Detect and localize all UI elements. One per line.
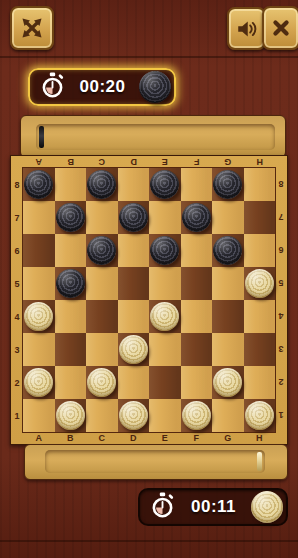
coord-label: B bbox=[55, 156, 87, 168]
square-a8[interactable] bbox=[23, 168, 55, 201]
bottom-player-piece-white bbox=[251, 491, 283, 523]
white-piece[interactable] bbox=[24, 368, 53, 397]
square-f4[interactable] bbox=[181, 300, 213, 333]
bottom-capture-tray bbox=[24, 444, 288, 480]
close-button[interactable] bbox=[262, 6, 298, 50]
coord-label: D bbox=[118, 432, 150, 444]
coord-label: 7 bbox=[275, 201, 287, 234]
square-e6[interactable] bbox=[149, 234, 181, 267]
white-piece[interactable] bbox=[119, 401, 148, 430]
square-c5[interactable] bbox=[86, 267, 118, 300]
square-a1[interactable] bbox=[23, 399, 55, 432]
black-piece[interactable] bbox=[150, 170, 179, 199]
black-piece[interactable] bbox=[213, 170, 242, 199]
square-h3[interactable] bbox=[244, 333, 276, 366]
square-b1[interactable] bbox=[55, 399, 87, 432]
fullscreen-icon bbox=[19, 15, 45, 41]
rank-labels-left: 87654321 bbox=[11, 168, 23, 432]
square-h6[interactable] bbox=[244, 234, 276, 267]
board-squares bbox=[23, 168, 275, 432]
stopwatch-icon bbox=[39, 72, 66, 103]
white-piece[interactable] bbox=[213, 368, 242, 397]
coord-label: E bbox=[149, 432, 181, 444]
white-piece[interactable] bbox=[87, 368, 116, 397]
close-icon bbox=[269, 16, 293, 40]
sound-button[interactable] bbox=[227, 7, 266, 50]
coord-label: B bbox=[55, 432, 87, 444]
stopwatch-icon bbox=[149, 492, 176, 523]
coord-label: 5 bbox=[275, 267, 287, 300]
black-piece[interactable] bbox=[119, 203, 148, 232]
coord-label: 4 bbox=[275, 300, 287, 333]
square-b2[interactable] bbox=[55, 366, 87, 399]
square-b5[interactable] bbox=[55, 267, 87, 300]
black-piece[interactable] bbox=[87, 236, 116, 265]
square-h1[interactable] bbox=[244, 399, 276, 432]
square-e1[interactable] bbox=[149, 399, 181, 432]
square-e2[interactable] bbox=[149, 366, 181, 399]
wood-seam bbox=[0, 540, 298, 542]
captured-black-piece bbox=[39, 126, 44, 148]
square-d7[interactable] bbox=[118, 201, 150, 234]
checkers-board: ABCDEFGH ABCDEFGH 87654321 87654321 bbox=[10, 155, 288, 445]
square-g3[interactable] bbox=[212, 333, 244, 366]
file-labels-bottom: ABCDEFGH bbox=[23, 432, 275, 444]
square-c2[interactable] bbox=[86, 366, 118, 399]
square-c7[interactable] bbox=[86, 201, 118, 234]
square-b3[interactable] bbox=[55, 333, 87, 366]
square-h8[interactable] bbox=[244, 168, 276, 201]
speaker-icon bbox=[235, 17, 259, 41]
square-h5[interactable] bbox=[244, 267, 276, 300]
white-piece[interactable] bbox=[182, 401, 211, 430]
coord-label: 1 bbox=[11, 399, 23, 432]
coord-label: 8 bbox=[275, 168, 287, 201]
tray-groove bbox=[36, 124, 275, 150]
coord-label: E bbox=[149, 156, 181, 168]
square-e7[interactable] bbox=[149, 201, 181, 234]
coord-label: A bbox=[23, 156, 55, 168]
bottom-player-timer: 00:11 bbox=[138, 488, 288, 526]
white-piece[interactable] bbox=[245, 401, 274, 430]
square-d5[interactable] bbox=[118, 267, 150, 300]
coord-label: H bbox=[244, 156, 276, 168]
coord-label: F bbox=[181, 156, 213, 168]
coord-label: A bbox=[23, 432, 55, 444]
black-piece[interactable] bbox=[213, 236, 242, 265]
square-a7[interactable] bbox=[23, 201, 55, 234]
file-labels-top: ABCDEFGH bbox=[23, 156, 275, 168]
square-a3[interactable] bbox=[23, 333, 55, 366]
square-c6[interactable] bbox=[86, 234, 118, 267]
coord-label: C bbox=[86, 156, 118, 168]
square-a6[interactable] bbox=[23, 234, 55, 267]
coord-label: 3 bbox=[275, 333, 287, 366]
square-h4[interactable] bbox=[244, 300, 276, 333]
top-player-time: 00:20 bbox=[71, 77, 134, 97]
square-b8[interactable] bbox=[55, 168, 87, 201]
top-capture-tray bbox=[20, 115, 286, 158]
rank-labels-right: 87654321 bbox=[275, 168, 287, 432]
square-d2[interactable] bbox=[118, 366, 150, 399]
square-f8[interactable] bbox=[181, 168, 213, 201]
square-d1[interactable] bbox=[118, 399, 150, 432]
coord-label: 6 bbox=[275, 234, 287, 267]
coord-label: 7 bbox=[11, 201, 23, 234]
tray-groove bbox=[45, 450, 265, 473]
coord-label: 8 bbox=[11, 168, 23, 201]
coord-label: 6 bbox=[11, 234, 23, 267]
square-b6[interactable] bbox=[55, 234, 87, 267]
square-h7[interactable] bbox=[244, 201, 276, 234]
black-piece[interactable] bbox=[150, 236, 179, 265]
square-d4[interactable] bbox=[118, 300, 150, 333]
coord-label: H bbox=[244, 432, 276, 444]
white-piece[interactable] bbox=[245, 269, 274, 298]
coord-label: 3 bbox=[11, 333, 23, 366]
white-piece[interactable] bbox=[56, 401, 85, 430]
black-piece[interactable] bbox=[56, 269, 85, 298]
square-a4[interactable] bbox=[23, 300, 55, 333]
square-g8[interactable] bbox=[212, 168, 244, 201]
square-g7[interactable] bbox=[212, 201, 244, 234]
square-f1[interactable] bbox=[181, 399, 213, 432]
square-f5[interactable] bbox=[181, 267, 213, 300]
square-g5[interactable] bbox=[212, 267, 244, 300]
captured-white-piece bbox=[257, 452, 262, 471]
square-e4[interactable] bbox=[149, 300, 181, 333]
square-b4[interactable] bbox=[55, 300, 87, 333]
square-d6[interactable] bbox=[118, 234, 150, 267]
square-e5[interactable] bbox=[149, 267, 181, 300]
square-c3[interactable] bbox=[86, 333, 118, 366]
square-g2[interactable] bbox=[212, 366, 244, 399]
coord-label: C bbox=[86, 432, 118, 444]
top-player-timer: 00:20 bbox=[28, 68, 176, 106]
square-g1[interactable] bbox=[212, 399, 244, 432]
square-f7[interactable] bbox=[181, 201, 213, 234]
square-f6[interactable] bbox=[181, 234, 213, 267]
square-a2[interactable] bbox=[23, 366, 55, 399]
coord-label: 5 bbox=[11, 267, 23, 300]
square-d3[interactable] bbox=[118, 333, 150, 366]
coord-label: 2 bbox=[11, 366, 23, 399]
square-c1[interactable] bbox=[86, 399, 118, 432]
coord-label: 4 bbox=[11, 300, 23, 333]
coord-label: F bbox=[181, 432, 213, 444]
white-piece[interactable] bbox=[150, 302, 179, 331]
white-piece[interactable] bbox=[119, 335, 148, 364]
fullscreen-button[interactable] bbox=[10, 6, 54, 50]
square-e8[interactable] bbox=[149, 168, 181, 201]
square-a5[interactable] bbox=[23, 267, 55, 300]
game-screen: 00:20 ABCDEFGH ABCDEFGH 87654321 8765432… bbox=[0, 0, 298, 558]
coord-label: G bbox=[212, 156, 244, 168]
black-piece[interactable] bbox=[87, 170, 116, 199]
coord-label: D bbox=[118, 156, 150, 168]
top-player-piece-black bbox=[139, 71, 171, 103]
white-piece[interactable] bbox=[24, 302, 53, 331]
square-g4[interactable] bbox=[212, 300, 244, 333]
black-piece[interactable] bbox=[24, 170, 53, 199]
square-b7[interactable] bbox=[55, 201, 87, 234]
square-f2[interactable] bbox=[181, 366, 213, 399]
square-e3[interactable] bbox=[149, 333, 181, 366]
square-f3[interactable] bbox=[181, 333, 213, 366]
square-c4[interactable] bbox=[86, 300, 118, 333]
wood-seam bbox=[0, 56, 298, 58]
square-h2[interactable] bbox=[244, 366, 276, 399]
coord-label: G bbox=[212, 432, 244, 444]
bottom-player-time: 00:11 bbox=[181, 497, 246, 517]
square-g6[interactable] bbox=[212, 234, 244, 267]
square-c8[interactable] bbox=[86, 168, 118, 201]
black-piece[interactable] bbox=[56, 203, 85, 232]
coord-label: 1 bbox=[275, 399, 287, 432]
black-piece[interactable] bbox=[182, 203, 211, 232]
square-d8[interactable] bbox=[118, 168, 150, 201]
coord-label: 2 bbox=[275, 366, 287, 399]
